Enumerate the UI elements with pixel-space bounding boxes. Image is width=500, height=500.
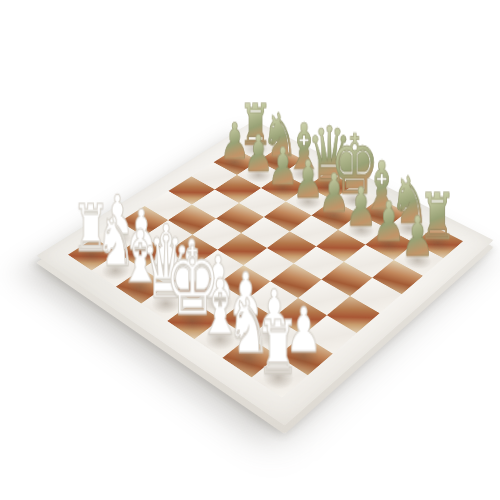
product-photo-scene: ♜♞♝♛♚♝♞♜♟♟♟♟♟♟♟♟♟♟♟♟♟♟♟♟♜♞♝♛♚♝♞♜ <box>0 0 500 500</box>
pieces-layer: ♜♞♝♛♚♝♞♜♟♟♟♟♟♟♟♟♟♟♟♟♟♟♟♟♜♞♝♛♚♝♞♜ <box>68 135 463 397</box>
pawn-glyph: ♟ <box>383 213 450 260</box>
chess-board: ♜♞♝♛♚♝♞♜♟♟♟♟♟♟♟♟♟♟♟♟♟♟♟♟♜♞♝♛♚♝♞♜ <box>36 120 493 426</box>
rook-glyph: ♜ <box>240 316 316 378</box>
